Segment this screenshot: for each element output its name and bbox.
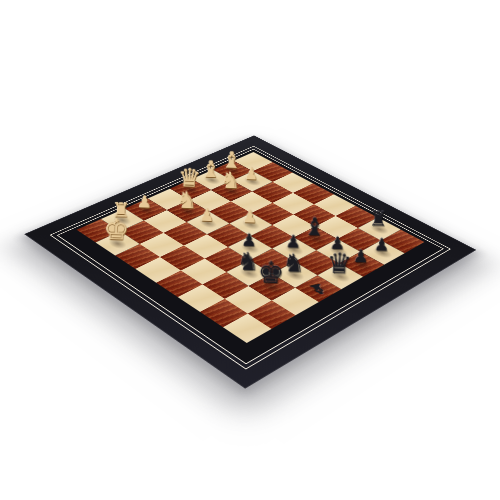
product-photo: ♜♝♟♟♝♞♝♟♟♛♟♟♛♞♟♟♞♝♟♞♚♜♚ [0, 0, 500, 500]
piece-white-knight[interactable]: ♞ [176, 188, 198, 212]
piece-black-rook[interactable]: ♜ [369, 209, 388, 230]
piece-white-pawn[interactable]: ♟ [242, 208, 257, 225]
board-frame: ♜♝♟♟♝♞♝♟♟♛♟♟♛♞♟♟♞♝♟♞♚♜♚ [24, 135, 476, 388]
piece-black-bishop[interactable]: ♝ [303, 214, 326, 240]
piece-black-knight[interactable]: ♞ [282, 250, 305, 276]
piece-black-king[interactable]: ♚ [257, 258, 285, 289]
camera-tilt: ♜♝♟♟♝♞♝♟♟♛♟♟♛♞♟♟♞♝♟♞♚♜♚ [0, 0, 500, 500]
piece-black-knight[interactable]: ♞ [236, 249, 259, 275]
scene: ♜♝♟♟♝♞♝♟♟♛♟♟♛♞♟♟♞♝♟♞♚♜♚ [0, 0, 500, 500]
piece-white-knight[interactable]: ♞ [220, 169, 241, 192]
piece-black-pawn[interactable]: ♟ [352, 247, 368, 265]
piece-white-pawn[interactable]: ♟ [137, 194, 152, 211]
piece-black-queen[interactable]: ♛ [326, 249, 352, 278]
piece-white-bishop[interactable]: ♝ [200, 157, 221, 181]
piece-white-pawn[interactable]: ♟ [199, 207, 214, 224]
piece-black-bishop-fallen[interactable]: ♝ [304, 280, 333, 296]
piece-black-pawn[interactable]: ♟ [373, 236, 389, 254]
piece-white-king[interactable]: ♚ [103, 215, 129, 244]
board-grid: ♜♝♟♟♝♞♝♟♟♛♟♟♛♞♟♟♞♝♟♞♚♜♚ [77, 152, 425, 343]
piece-white-pawn[interactable]: ♟ [244, 166, 259, 182]
chess-board: ♜♝♟♟♝♞♝♟♟♛♟♟♛♞♟♟♞♝♟♞♚♜♚ [24, 135, 476, 388]
